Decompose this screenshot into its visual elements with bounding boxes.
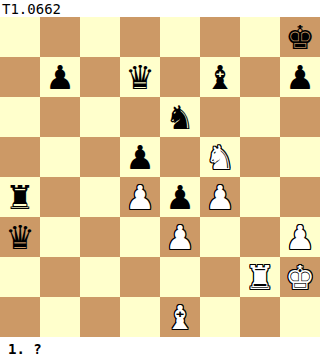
square-d4[interactable]: ♟ [120,177,160,217]
piece-black-queen: ♛ [5,221,35,254]
puzzle-id: T1.0662 [0,0,320,17]
square-h6[interactable] [280,97,320,137]
piece-black-bishop: ♝ [205,61,235,94]
square-h3[interactable]: ♟ [280,217,320,257]
square-h2[interactable]: ♚ [280,257,320,297]
piece-white-pawn: ♟ [205,181,235,214]
square-a1[interactable] [0,297,40,337]
piece-black-rook: ♜ [5,181,35,214]
piece-white-bishop: ♝ [165,301,195,334]
square-e5[interactable] [160,137,200,177]
square-g7[interactable] [240,57,280,97]
piece-black-queen: ♛ [125,61,155,94]
square-e8[interactable] [160,17,200,57]
square-g2[interactable]: ♜ [240,257,280,297]
square-a4[interactable]: ♜ [0,177,40,217]
piece-white-pawn: ♟ [285,221,315,254]
square-h8[interactable]: ♚ [280,17,320,57]
square-e1[interactable]: ♝ [160,297,200,337]
square-a6[interactable] [0,97,40,137]
square-a2[interactable] [0,257,40,297]
square-d2[interactable] [120,257,160,297]
square-h4[interactable] [280,177,320,217]
square-a5[interactable] [0,137,40,177]
square-c6[interactable] [80,97,120,137]
square-d5[interactable]: ♟ [120,137,160,177]
square-f3[interactable] [200,217,240,257]
piece-white-rook: ♜ [245,261,275,294]
square-h1[interactable] [280,297,320,337]
piece-black-pawn: ♟ [45,61,75,94]
move-prompt: 1. ? [0,337,320,360]
square-c1[interactable] [80,297,120,337]
square-b5[interactable] [40,137,80,177]
square-e4[interactable]: ♟ [160,177,200,217]
square-f5[interactable]: ♞ [200,137,240,177]
square-c8[interactable] [80,17,120,57]
square-e6[interactable]: ♞ [160,97,200,137]
square-b6[interactable] [40,97,80,137]
square-b4[interactable] [40,177,80,217]
piece-white-king: ♚ [285,261,315,294]
piece-black-pawn: ♟ [165,181,195,214]
square-e2[interactable] [160,257,200,297]
piece-white-pawn: ♟ [125,181,155,214]
piece-white-pawn: ♟ [165,221,195,254]
square-e7[interactable] [160,57,200,97]
square-c2[interactable] [80,257,120,297]
square-b8[interactable] [40,17,80,57]
square-e3[interactable]: ♟ [160,217,200,257]
square-d7[interactable]: ♛ [120,57,160,97]
square-g6[interactable] [240,97,280,137]
square-c7[interactable] [80,57,120,97]
piece-black-knight: ♞ [165,101,195,134]
square-g5[interactable] [240,137,280,177]
square-b7[interactable]: ♟ [40,57,80,97]
square-d8[interactable] [120,17,160,57]
square-f2[interactable] [200,257,240,297]
square-c3[interactable] [80,217,120,257]
square-b2[interactable] [40,257,80,297]
square-h7[interactable]: ♟ [280,57,320,97]
square-f7[interactable]: ♝ [200,57,240,97]
square-g8[interactable] [240,17,280,57]
square-f4[interactable]: ♟ [200,177,240,217]
square-b1[interactable] [40,297,80,337]
square-a8[interactable] [0,17,40,57]
square-f8[interactable] [200,17,240,57]
square-a7[interactable] [0,57,40,97]
square-d3[interactable] [120,217,160,257]
square-c5[interactable] [80,137,120,177]
square-d6[interactable] [120,97,160,137]
square-h5[interactable] [280,137,320,177]
square-f6[interactable] [200,97,240,137]
piece-black-pawn: ♟ [285,61,315,94]
piece-white-knight: ♞ [205,141,235,174]
square-c4[interactable] [80,177,120,217]
square-d1[interactable] [120,297,160,337]
square-g3[interactable] [240,217,280,257]
square-b3[interactable] [40,217,80,257]
piece-black-pawn: ♟ [125,141,155,174]
square-g1[interactable] [240,297,280,337]
square-f1[interactable] [200,297,240,337]
piece-black-king: ♚ [285,21,315,54]
chess-board: ♚♟♛♝♟♞♟♞♜♟♟♟♛♟♟♜♚♝ [0,17,320,337]
square-g4[interactable] [240,177,280,217]
square-a3[interactable]: ♛ [0,217,40,257]
